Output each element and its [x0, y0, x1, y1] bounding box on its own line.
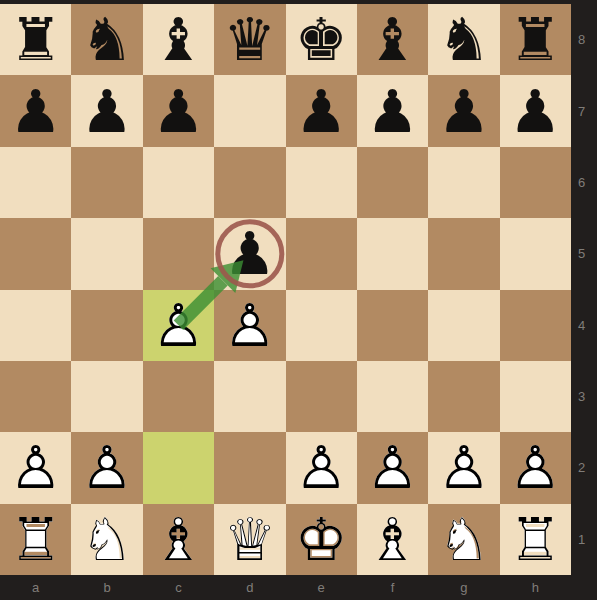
square-e7[interactable]: ♟ [286, 75, 357, 146]
piece-black-queen-d8[interactable]: ♛ [214, 4, 285, 75]
piece-white-rook-a1[interactable]: ♜♖ [0, 504, 71, 575]
white-piece-outline: ♙ [366, 438, 419, 497]
square-d3[interactable] [214, 361, 285, 432]
white-piece-outline: ♕ [223, 510, 276, 569]
file-label-c: c [143, 575, 214, 600]
white-piece-outline: ♔ [295, 510, 348, 569]
white-piece-outline: ♘ [437, 510, 490, 569]
file-label-f: f [357, 575, 428, 600]
square-f5[interactable] [357, 218, 428, 289]
square-e1[interactable]: ♚♔ [286, 504, 357, 575]
square-d8[interactable]: ♛ [214, 4, 285, 75]
piece-black-pawn-a7[interactable]: ♟ [0, 75, 71, 146]
square-h2[interactable]: ♟♙ [500, 432, 571, 503]
square-a4[interactable] [0, 290, 71, 361]
square-e3[interactable] [286, 361, 357, 432]
black-piece-body: ♜ [9, 10, 62, 69]
square-d5[interactable]: ♟ [214, 218, 285, 289]
file-label-e: e [286, 575, 357, 600]
piece-white-pawn-d4[interactable]: ♟♙ [214, 290, 285, 361]
piece-white-pawn-b2[interactable]: ♟♙ [71, 432, 142, 503]
square-c8[interactable]: ♝ [143, 4, 214, 75]
square-a1[interactable]: ♜♖ [0, 504, 71, 575]
square-g8[interactable]: ♞ [428, 4, 499, 75]
square-c6[interactable] [143, 147, 214, 218]
square-e6[interactable] [286, 147, 357, 218]
black-piece-body: ♟ [366, 82, 419, 141]
rank-label-8: 8 [571, 4, 597, 75]
square-f1[interactable]: ♝♗ [357, 504, 428, 575]
square-d6[interactable] [214, 147, 285, 218]
black-piece-body: ♟ [437, 82, 490, 141]
rank-label-1: 1 [571, 504, 597, 575]
piece-black-rook-h8[interactable]: ♜ [500, 4, 571, 75]
square-b4[interactable] [71, 290, 142, 361]
file-label-h: h [500, 575, 571, 600]
white-piece-outline: ♗ [152, 510, 205, 569]
piece-white-pawn-g2[interactable]: ♟♙ [428, 432, 499, 503]
black-piece-body: ♟ [152, 82, 205, 141]
square-f6[interactable] [357, 147, 428, 218]
square-a7[interactable]: ♟ [0, 75, 71, 146]
black-piece-body: ♟ [509, 82, 562, 141]
black-piece-body: ♞ [437, 10, 490, 69]
square-d2[interactable] [214, 432, 285, 503]
square-f2[interactable]: ♟♙ [357, 432, 428, 503]
black-piece-body: ♝ [152, 10, 205, 69]
white-piece-outline: ♙ [152, 296, 205, 355]
piece-white-rook-h1[interactable]: ♜♖ [500, 504, 571, 575]
square-b2[interactable]: ♟♙ [71, 432, 142, 503]
piece-black-king-e8[interactable]: ♚ [286, 4, 357, 75]
square-g6[interactable] [428, 147, 499, 218]
file-label-g: g [428, 575, 499, 600]
square-a3[interactable] [0, 361, 71, 432]
square-c5[interactable] [143, 218, 214, 289]
piece-black-pawn-h7[interactable]: ♟ [500, 75, 571, 146]
square-h7[interactable]: ♟ [500, 75, 571, 146]
square-d4[interactable]: ♟♙ [214, 290, 285, 361]
black-piece-body: ♜ [509, 10, 562, 69]
black-piece-body: ♝ [366, 10, 419, 69]
square-d1[interactable]: ♛♕ [214, 504, 285, 575]
bottom-strip: abcdefgh [0, 575, 597, 600]
board-row: ♜♞♝♛♚♝♞♜♟♟♟♟♟♟♟♟♟♙♟♙♟♙♟♙♟♙♟♙♟♙♟♙♜♖♞♘♝♗♛♕… [0, 4, 597, 575]
white-piece-outline: ♙ [509, 438, 562, 497]
white-piece-outline: ♖ [509, 510, 562, 569]
piece-white-pawn-a2[interactable]: ♟♙ [0, 432, 71, 503]
square-a5[interactable] [0, 218, 71, 289]
square-f3[interactable] [357, 361, 428, 432]
piece-white-knight-b1[interactable]: ♞♘ [71, 504, 142, 575]
square-h3[interactable] [500, 361, 571, 432]
square-h1[interactable]: ♜♖ [500, 504, 571, 575]
white-piece-outline: ♙ [9, 438, 62, 497]
square-c1[interactable]: ♝♗ [143, 504, 214, 575]
rank-label-7: 7 [571, 75, 597, 146]
black-piece-body: ♟ [295, 82, 348, 141]
square-f8[interactable]: ♝ [357, 4, 428, 75]
square-d7[interactable] [214, 75, 285, 146]
square-c3[interactable] [143, 361, 214, 432]
square-g2[interactable]: ♟♙ [428, 432, 499, 503]
square-c7[interactable]: ♟ [143, 75, 214, 146]
white-piece-outline: ♙ [223, 296, 276, 355]
black-piece-body: ♚ [295, 10, 348, 69]
file-coordinates: abcdefgh [0, 575, 571, 600]
square-h6[interactable] [500, 147, 571, 218]
piece-black-pawn-d5[interactable]: ♟ [214, 218, 285, 289]
square-c4[interactable]: ♟♙ [143, 290, 214, 361]
square-h8[interactable]: ♜ [500, 4, 571, 75]
square-b5[interactable] [71, 218, 142, 289]
square-h5[interactable] [500, 218, 571, 289]
square-e4[interactable] [286, 290, 357, 361]
white-piece-outline: ♘ [81, 510, 134, 569]
square-g4[interactable] [428, 290, 499, 361]
square-f7[interactable]: ♟ [357, 75, 428, 146]
rank-label-6: 6 [571, 147, 597, 218]
square-c2[interactable] [143, 432, 214, 503]
piece-white-pawn-f2[interactable]: ♟♙ [357, 432, 428, 503]
piece-white-bishop-f1[interactable]: ♝♗ [357, 504, 428, 575]
white-piece-outline: ♗ [366, 510, 419, 569]
piece-white-king-e1[interactable]: ♚♔ [286, 504, 357, 575]
file-label-d: d [214, 575, 285, 600]
piece-black-pawn-e7[interactable]: ♟ [286, 75, 357, 146]
square-a2[interactable]: ♟♙ [0, 432, 71, 503]
square-h4[interactable] [500, 290, 571, 361]
square-g5[interactable] [428, 218, 499, 289]
square-b3[interactable] [71, 361, 142, 432]
piece-black-bishop-c8[interactable]: ♝ [143, 4, 214, 75]
black-piece-body: ♟ [9, 82, 62, 141]
bottom-right-corner [571, 575, 597, 600]
piece-black-bishop-f8[interactable]: ♝ [357, 4, 428, 75]
square-f4[interactable] [357, 290, 428, 361]
piece-white-bishop-c1[interactable]: ♝♗ [143, 504, 214, 575]
black-piece-body: ♛ [223, 10, 276, 69]
piece-black-rook-a8[interactable]: ♜ [0, 4, 71, 75]
piece-white-pawn-e2[interactable]: ♟♙ [286, 432, 357, 503]
piece-black-knight-g8[interactable]: ♞ [428, 4, 499, 75]
white-piece-outline: ♙ [81, 438, 134, 497]
piece-black-pawn-b7[interactable]: ♟ [71, 75, 142, 146]
square-a8[interactable]: ♜ [0, 4, 71, 75]
rank-label-3: 3 [571, 361, 597, 432]
square-b8[interactable]: ♞ [71, 4, 142, 75]
rank-label-2: 2 [571, 432, 597, 503]
piece-black-knight-b8[interactable]: ♞ [71, 4, 142, 75]
black-piece-body: ♟ [81, 82, 134, 141]
piece-black-pawn-f7[interactable]: ♟ [357, 75, 428, 146]
white-piece-outline: ♙ [437, 438, 490, 497]
piece-white-pawn-c4[interactable]: ♟♙ [143, 290, 214, 361]
board-squares: ♜♞♝♛♚♝♞♜♟♟♟♟♟♟♟♟♟♙♟♙♟♙♟♙♟♙♟♙♟♙♟♙♜♖♞♘♝♗♛♕… [0, 4, 571, 575]
square-b6[interactable] [71, 147, 142, 218]
piece-white-pawn-h2[interactable]: ♟♙ [500, 432, 571, 503]
square-b1[interactable]: ♞♘ [71, 504, 142, 575]
piece-black-pawn-g7[interactable]: ♟ [428, 75, 499, 146]
rank-coordinates: 87654321 [571, 4, 597, 575]
square-e5[interactable] [286, 218, 357, 289]
white-piece-outline: ♙ [295, 438, 348, 497]
square-a6[interactable] [0, 147, 71, 218]
black-piece-body: ♞ [81, 10, 134, 69]
square-g7[interactable]: ♟ [428, 75, 499, 146]
piece-white-queen-d1[interactable]: ♛♕ [214, 504, 285, 575]
square-g1[interactable]: ♞♘ [428, 504, 499, 575]
rank-label-5: 5 [571, 218, 597, 289]
square-e8[interactable]: ♚ [286, 4, 357, 75]
chess-app-frame: ♜♞♝♛♚♝♞♜♟♟♟♟♟♟♟♟♟♙♟♙♟♙♟♙♟♙♟♙♟♙♟♙♜♖♞♘♝♗♛♕… [0, 0, 597, 600]
chess-board: ♜♞♝♛♚♝♞♜♟♟♟♟♟♟♟♟♟♙♟♙♟♙♟♙♟♙♟♙♟♙♟♙♜♖♞♘♝♗♛♕… [0, 4, 571, 575]
square-g3[interactable] [428, 361, 499, 432]
black-piece-body: ♟ [223, 224, 276, 283]
white-piece-outline: ♖ [9, 510, 62, 569]
piece-white-knight-g1[interactable]: ♞♘ [428, 504, 499, 575]
square-b7[interactable]: ♟ [71, 75, 142, 146]
square-e2[interactable]: ♟♙ [286, 432, 357, 503]
file-label-b: b [71, 575, 142, 600]
piece-black-pawn-c7[interactable]: ♟ [143, 75, 214, 146]
rank-label-4: 4 [571, 290, 597, 361]
file-label-a: a [0, 575, 71, 600]
